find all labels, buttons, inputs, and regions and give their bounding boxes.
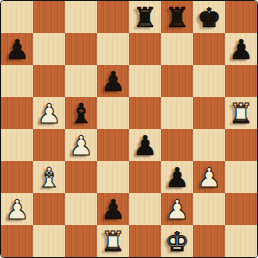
square-d8[interactable] <box>97 1 129 33</box>
piece-white-pawn-c4[interactable]: ♟ <box>65 129 97 161</box>
square-b3[interactable]: ♝ <box>33 161 65 193</box>
square-b7[interactable] <box>33 33 65 65</box>
square-c7[interactable] <box>65 33 97 65</box>
square-a1[interactable] <box>1 225 33 257</box>
square-g4[interactable] <box>193 129 225 161</box>
square-c3[interactable] <box>65 161 97 193</box>
square-d4[interactable] <box>97 129 129 161</box>
square-b2[interactable] <box>33 193 65 225</box>
square-a4[interactable] <box>1 129 33 161</box>
piece-black-pawn-d2[interactable]: ♟ <box>97 193 129 225</box>
square-h8[interactable] <box>225 1 257 33</box>
piece-black-pawn-e4[interactable]: ♟ <box>129 129 161 161</box>
square-c6[interactable] <box>65 65 97 97</box>
square-e7[interactable] <box>129 33 161 65</box>
piece-white-rook-d1[interactable]: ♜ <box>97 225 129 257</box>
square-g3[interactable]: ♟ <box>193 161 225 193</box>
square-c1[interactable] <box>65 225 97 257</box>
square-g5[interactable] <box>193 97 225 129</box>
square-g1[interactable] <box>193 225 225 257</box>
square-g7[interactable] <box>193 33 225 65</box>
square-f8[interactable]: ♜ <box>161 1 193 33</box>
piece-white-pawn-f2[interactable]: ♟ <box>161 193 193 225</box>
square-f1[interactable]: ♚ <box>161 225 193 257</box>
square-h5[interactable]: ♜ <box>225 97 257 129</box>
square-h1[interactable] <box>225 225 257 257</box>
square-a5[interactable] <box>1 97 33 129</box>
square-e5[interactable] <box>129 97 161 129</box>
square-g2[interactable] <box>193 193 225 225</box>
square-d7[interactable] <box>97 33 129 65</box>
square-h4[interactable] <box>225 129 257 161</box>
square-e2[interactable] <box>129 193 161 225</box>
piece-black-rook-f8[interactable]: ♜ <box>161 1 193 33</box>
square-e6[interactable] <box>129 65 161 97</box>
square-h7[interactable]: ♟ <box>225 33 257 65</box>
square-f2[interactable]: ♟ <box>161 193 193 225</box>
square-b4[interactable] <box>33 129 65 161</box>
square-e4[interactable]: ♟ <box>129 129 161 161</box>
piece-black-pawn-a7[interactable]: ♟ <box>1 33 33 65</box>
square-f5[interactable] <box>161 97 193 129</box>
square-b8[interactable] <box>33 1 65 33</box>
piece-black-pawn-h7[interactable]: ♟ <box>225 33 257 65</box>
square-c8[interactable] <box>65 1 97 33</box>
square-f6[interactable] <box>161 65 193 97</box>
square-d5[interactable] <box>97 97 129 129</box>
piece-white-pawn-a2[interactable]: ♟ <box>1 193 33 225</box>
square-c5[interactable]: ♝ <box>65 97 97 129</box>
square-h6[interactable] <box>225 65 257 97</box>
square-b5[interactable]: ♟ <box>33 97 65 129</box>
square-c4[interactable]: ♟ <box>65 129 97 161</box>
square-a2[interactable]: ♟ <box>1 193 33 225</box>
piece-black-pawn-d6[interactable]: ♟ <box>97 65 129 97</box>
piece-black-bishop-c5[interactable]: ♝ <box>65 97 97 129</box>
piece-black-rook-e8[interactable]: ♜ <box>129 1 161 33</box>
square-c2[interactable] <box>65 193 97 225</box>
square-d6[interactable]: ♟ <box>97 65 129 97</box>
piece-white-king-f1[interactable]: ♚ <box>161 225 193 257</box>
piece-white-pawn-g3[interactable]: ♟ <box>193 161 225 193</box>
piece-white-pawn-b5[interactable]: ♟ <box>33 97 65 129</box>
square-f3[interactable]: ♟ <box>161 161 193 193</box>
chess-board: ♜♜♚♟♟♟♟♝♜♟♟♝♟♟♟♟♟♜♚ <box>0 0 258 258</box>
square-a8[interactable] <box>1 1 33 33</box>
square-e3[interactable] <box>129 161 161 193</box>
piece-black-pawn-f3[interactable]: ♟ <box>161 161 193 193</box>
square-e8[interactable]: ♜ <box>129 1 161 33</box>
piece-black-king-g8[interactable]: ♚ <box>193 1 225 33</box>
square-d2[interactable]: ♟ <box>97 193 129 225</box>
square-a6[interactable] <box>1 65 33 97</box>
piece-white-rook-h5[interactable]: ♜ <box>225 97 257 129</box>
square-b6[interactable] <box>33 65 65 97</box>
square-h3[interactable] <box>225 161 257 193</box>
piece-white-bishop-b3[interactable]: ♝ <box>33 161 65 193</box>
square-e1[interactable] <box>129 225 161 257</box>
square-g8[interactable]: ♚ <box>193 1 225 33</box>
square-a7[interactable]: ♟ <box>1 33 33 65</box>
square-d3[interactable] <box>97 161 129 193</box>
square-a3[interactable] <box>1 161 33 193</box>
square-d1[interactable]: ♜ <box>97 225 129 257</box>
square-g6[interactable] <box>193 65 225 97</box>
square-h2[interactable] <box>225 193 257 225</box>
square-b1[interactable] <box>33 225 65 257</box>
square-f4[interactable] <box>161 129 193 161</box>
square-f7[interactable] <box>161 33 193 65</box>
